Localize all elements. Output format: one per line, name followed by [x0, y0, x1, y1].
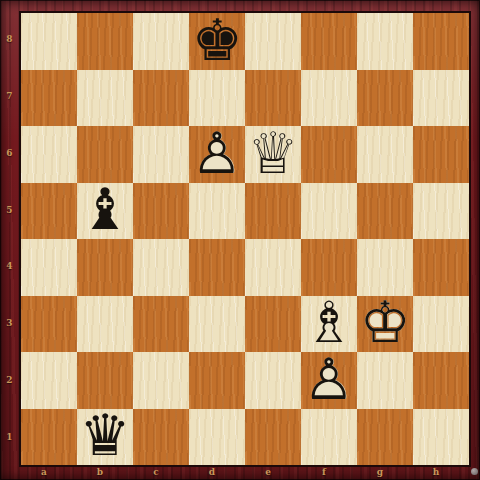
- rank-label-2: 2: [0, 352, 19, 409]
- square-h6[interactable]: [413, 126, 469, 183]
- square-g2[interactable]: [357, 352, 413, 409]
- square-a2[interactable]: [21, 352, 77, 409]
- square-d8[interactable]: ♚: [189, 13, 245, 70]
- square-a1[interactable]: [21, 409, 77, 466]
- square-b7[interactable]: [77, 70, 133, 127]
- rank-label-1: 1: [0, 408, 19, 465]
- rank-label-8: 8: [0, 11, 19, 68]
- square-a3[interactable]: [21, 296, 77, 353]
- file-label-d: d: [184, 464, 240, 480]
- file-label-c: c: [128, 464, 184, 480]
- file-label-a: a: [16, 464, 72, 480]
- white-queen[interactable]: ♛♕: [245, 126, 301, 183]
- white-king-outline: ♔: [357, 295, 413, 352]
- square-e2[interactable]: [245, 352, 301, 409]
- black-bishop[interactable]: ♝: [77, 183, 133, 240]
- black-king[interactable]: ♚: [189, 13, 245, 70]
- rank-label-4: 4: [0, 238, 19, 295]
- square-e4[interactable]: [245, 239, 301, 296]
- rank-label-7: 7: [0, 68, 19, 125]
- white-bishop[interactable]: ♝♗: [301, 296, 357, 353]
- square-e5[interactable]: [245, 183, 301, 240]
- square-a7[interactable]: [21, 70, 77, 127]
- square-b1[interactable]: ♛: [77, 409, 133, 466]
- square-h7[interactable]: [413, 70, 469, 127]
- square-d6[interactable]: ♟♙: [189, 126, 245, 183]
- square-d1[interactable]: [189, 409, 245, 466]
- file-label-h: h: [408, 464, 464, 480]
- file-labels: abcdefgh: [16, 464, 464, 480]
- square-g7[interactable]: [357, 70, 413, 127]
- chess-board: ♚♟♙♛♕♝♝♗♚♔♟♙♛: [19, 11, 471, 467]
- square-f5[interactable]: [301, 183, 357, 240]
- square-b8[interactable]: [77, 13, 133, 70]
- square-a5[interactable]: [21, 183, 77, 240]
- board-frame: ♚♟♙♛♕♝♝♗♚♔♟♙♛ 87654321 abcdefgh: [0, 0, 480, 480]
- square-e6[interactable]: ♛♕: [245, 126, 301, 183]
- square-f1[interactable]: [301, 409, 357, 466]
- square-h4[interactable]: [413, 239, 469, 296]
- square-h2[interactable]: [413, 352, 469, 409]
- square-h3[interactable]: [413, 296, 469, 353]
- square-g1[interactable]: [357, 409, 413, 466]
- square-f2[interactable]: ♟♙: [301, 352, 357, 409]
- square-b2[interactable]: [77, 352, 133, 409]
- white-pawn[interactable]: ♟♙: [301, 352, 357, 409]
- square-b5[interactable]: ♝: [77, 183, 133, 240]
- square-f4[interactable]: [301, 239, 357, 296]
- white-pawn-outline: ♙: [301, 351, 357, 408]
- file-label-f: f: [296, 464, 352, 480]
- file-label-e: e: [240, 464, 296, 480]
- file-label-g: g: [352, 464, 408, 480]
- square-g3[interactable]: ♚♔: [357, 296, 413, 353]
- square-f8[interactable]: [301, 13, 357, 70]
- square-c4[interactable]: [133, 239, 189, 296]
- square-e3[interactable]: [245, 296, 301, 353]
- square-d4[interactable]: [189, 239, 245, 296]
- square-b6[interactable]: [77, 126, 133, 183]
- square-b4[interactable]: [77, 239, 133, 296]
- white-king[interactable]: ♚♔: [357, 296, 413, 353]
- white-bishop-outline: ♗: [301, 295, 357, 352]
- file-label-b: b: [72, 464, 128, 480]
- black-queen-glyph: ♛: [77, 408, 133, 465]
- square-d7[interactable]: [189, 70, 245, 127]
- square-c1[interactable]: [133, 409, 189, 466]
- square-c6[interactable]: [133, 126, 189, 183]
- square-h1[interactable]: [413, 409, 469, 466]
- square-h8[interactable]: [413, 13, 469, 70]
- square-g5[interactable]: [357, 183, 413, 240]
- rank-labels: 87654321: [0, 11, 19, 465]
- square-a4[interactable]: [21, 239, 77, 296]
- square-d3[interactable]: [189, 296, 245, 353]
- rank-label-3: 3: [0, 295, 19, 352]
- square-e7[interactable]: [245, 70, 301, 127]
- rank-label-6: 6: [0, 125, 19, 182]
- square-h5[interactable]: [413, 183, 469, 240]
- square-c7[interactable]: [133, 70, 189, 127]
- square-d2[interactable]: [189, 352, 245, 409]
- square-e1[interactable]: [245, 409, 301, 466]
- logo-dot: [471, 468, 478, 475]
- white-pawn-outline: ♙: [189, 125, 245, 182]
- square-f7[interactable]: [301, 70, 357, 127]
- square-c8[interactable]: [133, 13, 189, 70]
- square-f3[interactable]: ♝♗: [301, 296, 357, 353]
- square-g6[interactable]: [357, 126, 413, 183]
- square-c5[interactable]: [133, 183, 189, 240]
- square-a8[interactable]: [21, 13, 77, 70]
- square-a6[interactable]: [21, 126, 77, 183]
- black-queen[interactable]: ♛: [77, 409, 133, 466]
- white-queen-outline: ♕: [245, 125, 301, 182]
- square-g4[interactable]: [357, 239, 413, 296]
- square-e8[interactable]: [245, 13, 301, 70]
- black-bishop-glyph: ♝: [77, 182, 133, 239]
- square-c3[interactable]: [133, 296, 189, 353]
- square-g8[interactable]: [357, 13, 413, 70]
- square-d5[interactable]: [189, 183, 245, 240]
- rank-label-5: 5: [0, 181, 19, 238]
- square-c2[interactable]: [133, 352, 189, 409]
- black-king-glyph: ♚: [189, 12, 245, 69]
- square-b3[interactable]: [77, 296, 133, 353]
- square-f6[interactable]: [301, 126, 357, 183]
- white-pawn[interactable]: ♟♙: [189, 126, 245, 183]
